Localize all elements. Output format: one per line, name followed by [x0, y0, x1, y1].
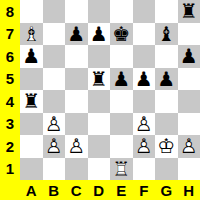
square-a5[interactable] [20, 68, 43, 91]
white-pawn-piece-fill: ♟ [178, 135, 201, 158]
file-label-strip: ABCDEFGH [20, 180, 200, 200]
white-pawn-piece-fill: ♟ [133, 135, 156, 158]
chess-diagram: 87654321 ♜♝♗♟♟♚♝♟♟♜♟♟♟♜♟♙♟♙♟♙♟♙♟♙♚♔♟♙♜♖ … [0, 0, 200, 200]
square-a6[interactable]: ♟ [20, 45, 43, 68]
black-king-piece: ♚ [110, 23, 133, 46]
white-pawn-piece: ♙ [178, 135, 201, 158]
square-b6[interactable] [43, 45, 66, 68]
square-c8[interactable] [65, 0, 88, 23]
square-e3[interactable] [110, 113, 133, 136]
rank-label-3: 3 [0, 113, 20, 136]
white-pawn-piece: ♙ [43, 113, 66, 136]
board: ♜♝♗♟♟♚♝♟♟♜♟♟♟♜♟♙♟♙♟♙♟♙♟♙♚♔♟♙♜♖ [20, 0, 200, 180]
square-h2[interactable]: ♟♙ [178, 135, 201, 158]
black-rook-piece: ♜ [178, 0, 201, 23]
rank-label-6: 6 [0, 45, 20, 68]
file-label-a: A [20, 180, 43, 200]
square-c2[interactable]: ♟♙ [65, 135, 88, 158]
square-a2[interactable] [20, 135, 43, 158]
square-b3[interactable]: ♟♙ [43, 113, 66, 136]
rank-label-7: 7 [0, 23, 20, 46]
square-g3[interactable] [155, 113, 178, 136]
white-pawn-piece: ♙ [133, 135, 156, 158]
square-e6[interactable] [110, 45, 133, 68]
square-d5[interactable]: ♜ [88, 68, 111, 91]
square-b4[interactable] [43, 90, 66, 113]
square-a1[interactable] [20, 158, 43, 181]
square-h1[interactable] [178, 158, 201, 181]
white-pawn-piece: ♙ [65, 135, 88, 158]
white-bishop-piece-fill: ♝ [20, 23, 43, 46]
square-e1[interactable]: ♜♖ [110, 158, 133, 181]
white-rook-piece: ♖ [110, 158, 133, 181]
white-king-piece-fill: ♚ [155, 135, 178, 158]
square-f1[interactable] [133, 158, 156, 181]
square-c1[interactable] [65, 158, 88, 181]
square-d2[interactable] [88, 135, 111, 158]
square-a7[interactable]: ♝♗ [20, 23, 43, 46]
white-bishop-piece: ♗ [20, 23, 43, 46]
square-f5[interactable]: ♟ [133, 68, 156, 91]
square-f2[interactable]: ♟♙ [133, 135, 156, 158]
black-pawn-piece: ♟ [155, 68, 178, 91]
file-label-f: F [133, 180, 156, 200]
black-pawn-piece: ♟ [65, 23, 88, 46]
rank-label-4: 4 [0, 90, 20, 113]
square-b7[interactable] [43, 23, 66, 46]
square-c5[interactable] [65, 68, 88, 91]
black-pawn-piece: ♟ [20, 45, 43, 68]
black-rook-piece: ♜ [20, 90, 43, 113]
white-pawn-piece: ♙ [133, 113, 156, 136]
square-h4[interactable] [178, 90, 201, 113]
square-g5[interactable]: ♟ [155, 68, 178, 91]
square-e4[interactable] [110, 90, 133, 113]
black-bishop-piece: ♝ [155, 23, 178, 46]
square-b2[interactable]: ♟♙ [43, 135, 66, 158]
square-c6[interactable] [65, 45, 88, 68]
square-h6[interactable]: ♟ [178, 45, 201, 68]
square-h7[interactable] [178, 23, 201, 46]
square-c4[interactable] [65, 90, 88, 113]
square-g2[interactable]: ♚♔ [155, 135, 178, 158]
file-label-b: B [43, 180, 66, 200]
square-h3[interactable] [178, 113, 201, 136]
square-e8[interactable] [110, 0, 133, 23]
black-pawn-piece: ♟ [88, 23, 111, 46]
rank-label-8: 8 [0, 0, 20, 23]
black-pawn-piece: ♟ [178, 45, 201, 68]
square-e2[interactable] [110, 135, 133, 158]
black-pawn-piece: ♟ [110, 68, 133, 91]
white-pawn-piece: ♙ [43, 135, 66, 158]
file-label-h: H [178, 180, 201, 200]
square-h8[interactable]: ♜ [178, 0, 201, 23]
white-king-piece: ♔ [155, 135, 178, 158]
black-pawn-piece: ♟ [133, 68, 156, 91]
white-rook-piece-fill: ♜ [110, 158, 133, 181]
square-f3[interactable]: ♟♙ [133, 113, 156, 136]
square-h5[interactable] [178, 68, 201, 91]
square-g1[interactable] [155, 158, 178, 181]
square-f8[interactable] [133, 0, 156, 23]
white-pawn-piece-fill: ♟ [43, 135, 66, 158]
square-e7[interactable]: ♚ [110, 23, 133, 46]
square-d6[interactable] [88, 45, 111, 68]
rank-label-2: 2 [0, 135, 20, 158]
file-label-c: C [65, 180, 88, 200]
square-d3[interactable] [88, 113, 111, 136]
rank-label-5: 5 [0, 68, 20, 91]
white-pawn-piece-fill: ♟ [65, 135, 88, 158]
square-f7[interactable] [133, 23, 156, 46]
square-g4[interactable] [155, 90, 178, 113]
square-d8[interactable] [88, 0, 111, 23]
file-label-d: D [88, 180, 111, 200]
square-a8[interactable] [20, 0, 43, 23]
file-label-e: E [110, 180, 133, 200]
square-f6[interactable] [133, 45, 156, 68]
white-pawn-piece-fill: ♟ [43, 113, 66, 136]
square-d1[interactable] [88, 158, 111, 181]
square-e5[interactable]: ♟ [110, 68, 133, 91]
square-a4[interactable]: ♜ [20, 90, 43, 113]
square-c7[interactable]: ♟ [65, 23, 88, 46]
square-g8[interactable] [155, 0, 178, 23]
square-c3[interactable] [65, 113, 88, 136]
corner-spacer [0, 180, 20, 200]
black-rook-piece: ♜ [88, 68, 111, 91]
rank-label-1: 1 [0, 158, 20, 181]
square-g7[interactable]: ♝ [155, 23, 178, 46]
square-d4[interactable] [88, 90, 111, 113]
rank-label-strip: 87654321 [0, 0, 20, 180]
square-g6[interactable] [155, 45, 178, 68]
white-pawn-piece-fill: ♟ [133, 113, 156, 136]
square-a3[interactable] [20, 113, 43, 136]
square-b8[interactable] [43, 0, 66, 23]
square-d7[interactable]: ♟ [88, 23, 111, 46]
file-label-g: G [155, 180, 178, 200]
square-b1[interactable] [43, 158, 66, 181]
square-b5[interactable] [43, 68, 66, 91]
square-f4[interactable] [133, 90, 156, 113]
